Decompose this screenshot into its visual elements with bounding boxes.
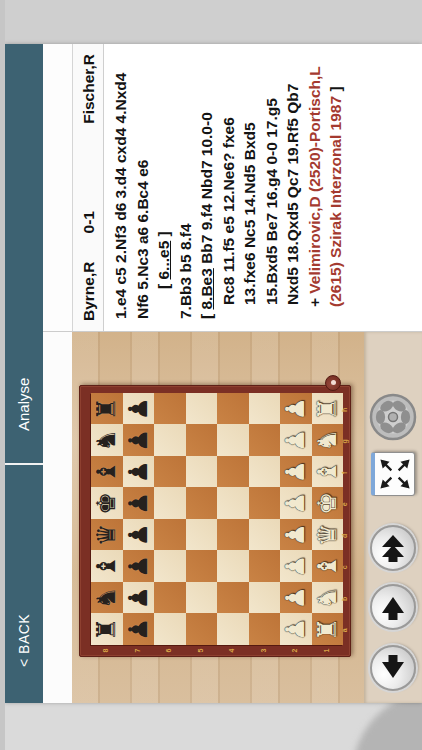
black-piece: ♟: [123, 456, 155, 488]
square-b1[interactable]: ♞: [312, 582, 344, 614]
white-piece: ♟: [280, 425, 312, 457]
white-piece: ♛: [312, 519, 344, 551]
notation-line[interactable]: [ 6...e5 ]: [153, 44, 175, 319]
square-h1[interactable]: ♜: [312, 393, 344, 425]
notation-line[interactable]: Rc8 11.f5 e5 12.Ne6? fxe6: [218, 44, 240, 319]
square-b2[interactable]: ♟: [280, 582, 312, 614]
black-piece: ♚: [91, 488, 123, 520]
square-g8[interactable]: ♞: [91, 425, 123, 457]
chess-board: ♜♞♝♛♚♝♞♜♟♟♟♟♟♟♟♟♟♟♟♟♟♟♟♟♜♞♝♛♚♝♞♜ 8765432…: [79, 385, 351, 657]
white-piece: ♚: [312, 488, 344, 520]
square-f4[interactable]: [217, 456, 249, 488]
square-h3[interactable]: [249, 393, 281, 425]
square-d6[interactable]: [154, 519, 186, 551]
square-f8[interactable]: ♝: [91, 456, 123, 488]
square-h2[interactable]: ♟: [280, 393, 312, 425]
move-text: 15.Bxd5 Be7 16.g4 0-0 17.g5: [263, 98, 280, 305]
black-piece: ♞: [91, 425, 123, 457]
variation-move[interactable]: 8.Be3: [198, 268, 215, 309]
square-a2[interactable]: ♟: [280, 614, 312, 646]
white-piece: ♞: [312, 425, 344, 457]
notation-line[interactable]: Nxd5 18.Qxd5 Qc7 19.Rf5 Qb7: [282, 44, 304, 319]
notation-line[interactable]: (2615) Szirak Interzonal 1987 ]: [325, 44, 347, 319]
screen-title: Analyse: [5, 378, 43, 431]
expand-arrows-icon: [375, 453, 415, 495]
reference-text: Velimirovic,D (2520)-Portisch,L: [306, 66, 323, 293]
black-piece: ♟: [123, 551, 155, 583]
rank-label: 3: [248, 646, 280, 655]
square-a1[interactable]: ♜: [312, 614, 344, 646]
rank-label: 7: [122, 646, 154, 655]
notation-spacer: [43, 44, 72, 331]
right-gutter: [0, 0, 422, 44]
square-g1[interactable]: ♞: [312, 425, 344, 457]
square-d3[interactable]: [249, 519, 281, 551]
file-label: a: [340, 615, 350, 647]
move-text: Nxd5 18.Qxd5 Qc7 19.Rf5 Qb7: [284, 84, 301, 305]
move-text: [: [198, 310, 215, 319]
square-a4[interactable]: [217, 614, 249, 646]
square-g7[interactable]: ♟: [123, 425, 155, 457]
square-f1[interactable]: ♝: [312, 456, 344, 488]
square-f7[interactable]: ♟: [123, 456, 155, 488]
square-c4[interactable]: [217, 551, 249, 583]
notation-panel: Byrne,R 0-1 Fischer,R 1.e4 c5 2.Nf3 d6 3…: [43, 44, 422, 332]
double-arrow-right-icon: [372, 527, 414, 569]
white-piece: ♟: [280, 582, 312, 614]
square-c2[interactable]: ♟: [280, 551, 312, 583]
left-gutter: [0, 703, 422, 750]
square-e3[interactable]: [249, 488, 281, 520]
square-e5[interactable]: [186, 488, 218, 520]
black-piece: ♟: [123, 488, 155, 520]
move-text: [: [155, 280, 172, 289]
fast-forward-button[interactable]: [370, 525, 416, 571]
notation-line[interactable]: 15.Bxd5 Be7 16.g4 0-0 17.g5: [261, 44, 283, 319]
file-label: f: [340, 457, 350, 489]
white-piece: ♝: [312, 456, 344, 488]
square-a7[interactable]: ♟: [123, 614, 155, 646]
square-d7[interactable]: ♟: [123, 519, 155, 551]
square-b4[interactable]: [217, 582, 249, 614]
game-header: Byrne,R 0-1 Fischer,R: [72, 44, 104, 331]
square-h7[interactable]: ♟: [123, 393, 155, 425]
black-piece: ♝: [91, 551, 123, 583]
white-piece: ♞: [312, 582, 344, 614]
square-e1[interactable]: ♚: [312, 488, 344, 520]
game-result: 0-1: [73, 211, 105, 233]
black-piece: ♞: [91, 582, 123, 614]
move-text: +: [306, 294, 323, 307]
square-e6[interactable]: [154, 488, 186, 520]
square-c6[interactable]: [154, 551, 186, 583]
rank-label: 4: [216, 646, 248, 655]
square-c5[interactable]: [186, 551, 218, 583]
black-piece: ♜: [91, 393, 123, 425]
square-h6[interactable]: [154, 393, 186, 425]
back-button[interactable]: < BACK: [5, 614, 43, 667]
black-piece: ♛: [91, 519, 123, 551]
square-g6[interactable]: [154, 425, 186, 457]
white-piece: ♝: [312, 551, 344, 583]
corner-circle-decoration: [352, 703, 422, 750]
move-text: ]: [327, 86, 344, 95]
move-text: Bb7 9.f4 Nbd7 10.0-0: [198, 112, 215, 268]
square-g4[interactable]: [217, 425, 249, 457]
square-c8[interactable]: ♝: [91, 551, 123, 583]
square-h4[interactable]: [217, 393, 249, 425]
board-background-panel: ♜♞♝♛♚♝♞♜♟♟♟♟♟♟♟♟♟♟♟♟♟♟♟♟♜♞♝♛♚♝♞♜ 8765432…: [72, 332, 364, 703]
engine-wheel-button[interactable]: [369, 393, 417, 441]
file-label: d: [340, 520, 350, 552]
file-label: h: [340, 394, 350, 426]
black-piece: ♟: [123, 393, 155, 425]
square-e2[interactable]: ♟: [280, 488, 312, 520]
white-piece: ♟: [280, 393, 312, 425]
square-d8[interactable]: ♛: [91, 519, 123, 551]
black-piece: ♟: [123, 425, 155, 457]
square-d5[interactable]: [186, 519, 218, 551]
square-a6[interactable]: [154, 614, 186, 646]
square-b6[interactable]: [154, 582, 186, 614]
controls-strip: [364, 332, 422, 703]
variation-move[interactable]: 6...e5: [155, 241, 172, 280]
black-piece: ♝: [91, 456, 123, 488]
black-piece: ♜: [91, 614, 123, 646]
square-h5[interactable]: [186, 393, 218, 425]
black-piece: ♟: [123, 614, 155, 646]
rank-label: 2: [279, 646, 311, 655]
square-e7[interactable]: ♟: [123, 488, 155, 520]
move-text: Nf6 5.Nc3 a6 6.Bc4 e6: [134, 160, 151, 319]
knob-dot: [331, 380, 336, 385]
top-gutter: [0, 0, 5, 750]
square-c7[interactable]: ♟: [123, 551, 155, 583]
square-d4[interactable]: [217, 519, 249, 551]
black-piece: ♟: [123, 519, 155, 551]
square-b8[interactable]: ♞: [91, 582, 123, 614]
square-f5[interactable]: [186, 456, 218, 488]
square-b7[interactable]: ♟: [123, 582, 155, 614]
board-grid: ♜♞♝♛♚♝♞♜♟♟♟♟♟♟♟♟♟♟♟♟♟♟♟♟♜♞♝♛♚♝♞♜: [90, 394, 342, 646]
square-f3[interactable]: [249, 456, 281, 488]
previous-move-button[interactable]: [370, 645, 416, 691]
file-label: g: [340, 426, 350, 458]
file-label: e: [340, 489, 350, 521]
notation-line[interactable]: [ 8.Be3 Bb7 9.f4 Nbd7 10.0-0: [196, 44, 218, 319]
screen: < BACK Analyse ♜♞♝♛♚♝♞♜♟♟♟♟♟♟♟♟♟♟♟♟♟♟♟♟♜…: [0, 0, 422, 750]
next-move-button[interactable]: [370, 584, 416, 630]
white-player-name: Byrne,R: [73, 262, 105, 321]
move-text: 7.Bb3 b5 8.f4: [177, 223, 194, 319]
move-text: 1.e4 c5 2.Nf3 d6 3.d4 cxd4 4.Nxd4: [112, 73, 129, 319]
square-a8[interactable]: ♜: [91, 614, 123, 646]
rank-label: 6: [153, 646, 185, 655]
rank-label: 8: [90, 646, 122, 655]
black-piece: ♟: [123, 582, 155, 614]
square-f6[interactable]: [154, 456, 186, 488]
fullscreen-button[interactable]: [371, 452, 415, 496]
square-c1[interactable]: ♝: [312, 551, 344, 583]
square-a3[interactable]: [249, 614, 281, 646]
square-c3[interactable]: [249, 551, 281, 583]
board-knob-decoration: [325, 375, 341, 391]
notation-line[interactable]: 13.fxe6 Nc5 14.Nd5 Bxd5: [239, 44, 261, 319]
square-g5[interactable]: [186, 425, 218, 457]
white-piece: ♟: [280, 614, 312, 646]
file-label: c: [340, 552, 350, 584]
app-window: < BACK Analyse ♜♞♝♛♚♝♞♜♟♟♟♟♟♟♟♟♟♟♟♟♟♟♟♟♜…: [5, 44, 422, 703]
move-text: 13.fxe6 Nc5 14.Nd5 Bxd5: [241, 122, 258, 305]
square-a5[interactable]: [186, 614, 218, 646]
file-label: b: [340, 583, 350, 615]
white-piece: ♟: [280, 551, 312, 583]
arrow-left-icon: [372, 647, 414, 689]
notation-line[interactable]: 1.e4 c5 2.Nf3 d6 3.d4 cxd4 4.Nxd4: [110, 44, 132, 319]
arrow-right-icon: [372, 586, 414, 628]
square-e4[interactable]: [217, 488, 249, 520]
navbar-divider: [5, 463, 43, 465]
white-piece: ♟: [280, 456, 312, 488]
move-list: 1.e4 c5 2.Nf3 d6 3.d4 cxd4 4.Nxd4Nf6 5.N…: [104, 44, 347, 331]
rotated-app-canvas: < BACK Analyse ♜♞♝♛♚♝♞♜♟♟♟♟♟♟♟♟♟♟♟♟♟♟♟♟♜…: [0, 0, 422, 750]
white-piece: ♜: [312, 393, 344, 425]
square-d2[interactable]: ♟: [280, 519, 312, 551]
move-text: ]: [155, 231, 172, 240]
notation-line[interactable]: Nf6 5.Nc3 a6 6.Bc4 e6: [132, 44, 154, 319]
notation-line[interactable]: + Velimirovic,D (2520)-Portisch,L: [304, 44, 326, 319]
rank-label: 1: [311, 646, 343, 655]
square-e8[interactable]: ♚: [91, 488, 123, 520]
black-player-name: Fischer,R: [73, 54, 105, 124]
square-g3[interactable]: [249, 425, 281, 457]
white-piece: ♜: [312, 614, 344, 646]
notation-line[interactable]: 7.Bb3 b5 8.f4: [175, 44, 197, 319]
navigation-bar: < BACK Analyse: [5, 44, 43, 703]
white-piece: ♟: [280, 488, 312, 520]
square-h8[interactable]: ♜: [91, 393, 123, 425]
move-text: Rc8 11.f5 e5 12.Ne6? fxe6: [220, 117, 237, 305]
reference-text: (2615) Szirak Interzonal 1987: [327, 96, 344, 307]
square-d1[interactable]: ♛: [312, 519, 344, 551]
square-g2[interactable]: ♟: [280, 425, 312, 457]
fan-wheel-icon: [369, 393, 417, 441]
square-b5[interactable]: [186, 582, 218, 614]
square-b3[interactable]: [249, 582, 281, 614]
white-piece: ♟: [280, 519, 312, 551]
rank-label: 5: [185, 646, 217, 655]
square-f2[interactable]: ♟: [280, 456, 312, 488]
